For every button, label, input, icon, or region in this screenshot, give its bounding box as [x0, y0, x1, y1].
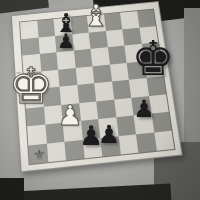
square-b8[interactable]: [37, 19, 55, 37]
square-c7[interactable]: [55, 34, 74, 52]
square-b5[interactable]: [41, 69, 60, 88]
square-h2[interactable]: [151, 112, 171, 132]
square-g5[interactable]: [127, 61, 147, 80]
square-f3[interactable]: [114, 97, 134, 117]
square-a5[interactable]: [23, 71, 42, 90]
square-b7[interactable]: [38, 36, 56, 54]
square-c8[interactable]: [53, 18, 71, 36]
square-f4[interactable]: [112, 80, 132, 99]
square-h7[interactable]: [139, 26, 158, 44]
chess-board: ⚜: [11, 1, 183, 172]
square-h1[interactable]: [154, 130, 175, 151]
square-e2[interactable]: [98, 117, 118, 137]
square-g4[interactable]: [129, 78, 149, 97]
square-c1[interactable]: [64, 139, 84, 160]
square-b4[interactable]: [42, 87, 61, 107]
square-h5[interactable]: [144, 59, 164, 78]
square-b1[interactable]: [46, 141, 66, 162]
square-a7[interactable]: [21, 37, 39, 55]
square-f6[interactable]: [107, 46, 126, 65]
square-c2[interactable]: [63, 121, 83, 141]
square-b6[interactable]: [39, 52, 58, 71]
square-f5[interactable]: [109, 62, 128, 81]
fleur-de-lis-stamp: ⚜: [29, 145, 49, 167]
square-h6[interactable]: [141, 42, 160, 61]
square-a8[interactable]: [20, 21, 38, 39]
square-d2[interactable]: [80, 119, 100, 139]
square-c6[interactable]: [56, 51, 75, 70]
square-e4[interactable]: [94, 82, 113, 101]
square-d3[interactable]: [79, 101, 99, 121]
square-d1[interactable]: [82, 138, 102, 159]
square-d6[interactable]: [73, 49, 92, 68]
square-f1[interactable]: [118, 134, 138, 155]
square-f8[interactable]: [103, 13, 122, 31]
square-g1[interactable]: [136, 132, 156, 153]
square-d4[interactable]: [77, 83, 96, 103]
square-h8[interactable]: [137, 10, 156, 28]
square-d8[interactable]: [70, 16, 88, 34]
square-c5[interactable]: [58, 68, 77, 87]
square-g7[interactable]: [122, 27, 141, 45]
square-h4[interactable]: [146, 76, 166, 95]
square-g8[interactable]: [120, 11, 139, 29]
makers-mark-stamp: [16, 72, 22, 98]
square-g6[interactable]: [124, 44, 143, 63]
photo-scene: ⚜ ♝♝♟♚♚♟♟♟♟: [0, 0, 200, 200]
square-f7[interactable]: [105, 29, 124, 47]
square-e5[interactable]: [92, 64, 111, 83]
square-h3[interactable]: [149, 94, 169, 114]
square-c4[interactable]: [60, 85, 79, 105]
square-e3[interactable]: [96, 99, 116, 119]
square-b2[interactable]: [45, 123, 64, 143]
background-shadow-bottom: [0, 183, 171, 200]
square-a2[interactable]: [27, 125, 46, 145]
square-f2[interactable]: [116, 115, 136, 135]
square-a3[interactable]: [26, 106, 45, 126]
square-e7[interactable]: [89, 31, 108, 49]
square-a4[interactable]: [25, 88, 44, 108]
square-b3[interactable]: [43, 105, 62, 125]
square-c3[interactable]: [61, 103, 80, 123]
square-d7[interactable]: [72, 32, 91, 50]
square-a6[interactable]: [22, 54, 40, 73]
board-perspective-wrapper: ⚜: [11, 1, 183, 172]
square-g2[interactable]: [134, 114, 154, 134]
square-e8[interactable]: [87, 14, 106, 32]
square-e6[interactable]: [90, 47, 109, 66]
board-grid: [20, 10, 174, 165]
square-g3[interactable]: [131, 96, 151, 116]
background-shadow-bottom-left: [0, 178, 24, 200]
square-d5[interactable]: [75, 66, 94, 85]
square-e1[interactable]: [100, 136, 120, 157]
